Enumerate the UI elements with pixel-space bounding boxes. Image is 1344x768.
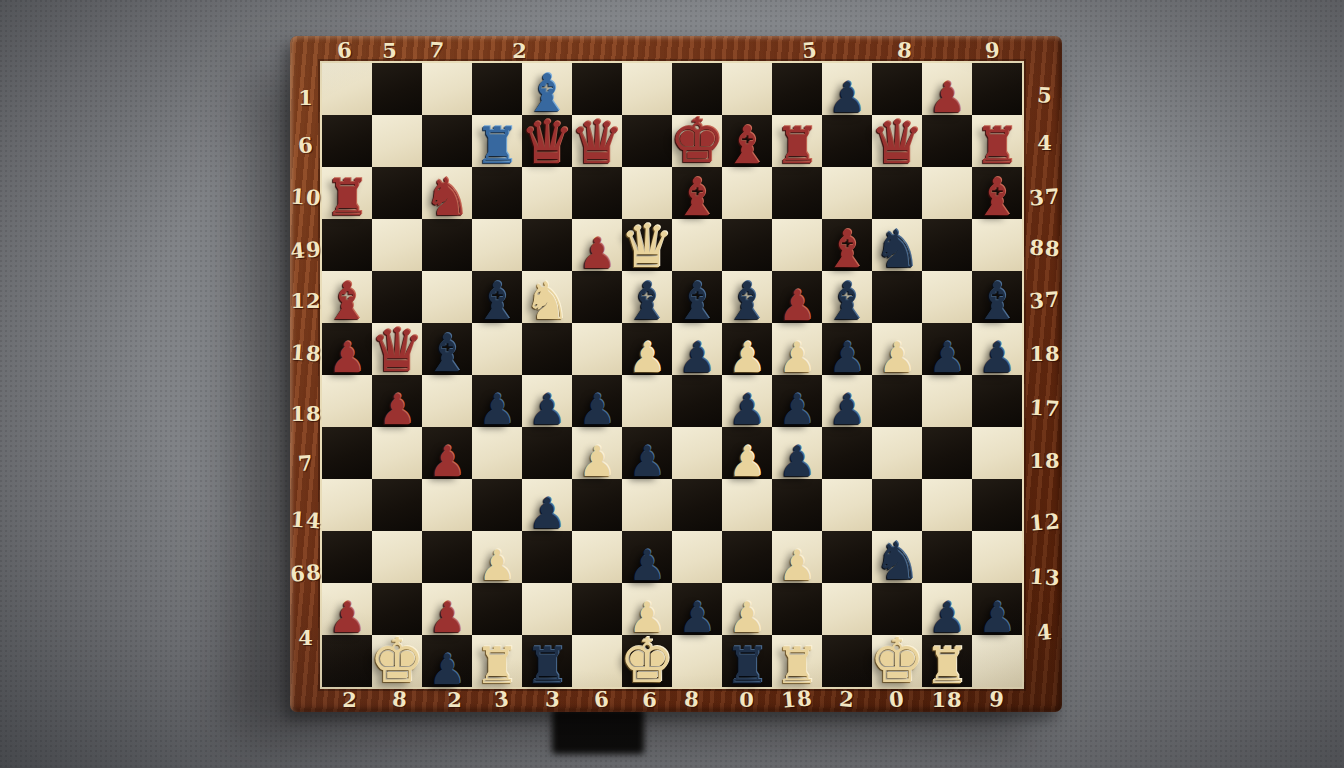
square-r9-c10[interactable] [822,531,872,583]
right-frame-label-6: 17 [1029,394,1062,421]
square-r1-c3[interactable]: ♜ [472,115,522,167]
square-r4-c9[interactable]: ♟ [772,271,822,323]
square-r11-c5[interactable] [572,635,622,687]
square-r1-c9[interactable]: ♜ [772,115,822,167]
square-r8-c9[interactable] [772,479,822,531]
navy-pawn-piece[interactable]: ♟ [828,79,866,117]
navy-pawn-piece[interactable]: ♟ [678,339,716,377]
left-frame-label-0: 1 [298,85,314,110]
right-frame-label-5: 18 [1029,341,1060,366]
navy-pawn-piece[interactable]: ♟ [678,599,716,637]
cream-pawn-piece[interactable]: ♟ [728,599,766,637]
cream-pawn-piece[interactable]: ♟ [728,339,766,377]
top-frame-label-5: 8 [896,37,913,63]
navy-pawn-piece[interactable]: ♟ [828,339,866,377]
square-r2-c13[interactable]: ♝ [972,167,1022,219]
square-r1-c2[interactable] [422,115,472,167]
red-pawn-piece[interactable]: ♟ [328,339,366,377]
square-r0-c10[interactable]: ♟ [822,63,872,115]
square-r0-c13[interactable] [972,63,1022,115]
square-r9-c1[interactable] [372,531,422,583]
square-r9-c4[interactable] [522,531,572,583]
square-r10-c7[interactable]: ♟ [672,583,722,635]
navy-pawn-piece[interactable]: ♟ [828,391,866,429]
square-r1-c0[interactable] [322,115,372,167]
red-bishop-piece[interactable]: ♝ [824,226,871,273]
top-frame-label-1: 5 [382,38,398,63]
square-r0-c3[interactable] [472,63,522,115]
bottom-frame-label-13: 9 [988,686,1005,712]
square-r9-c5[interactable] [572,531,622,583]
right-frame-label-8: 12 [1028,508,1061,536]
square-r6-c3[interactable]: ♟ [472,375,522,427]
square-r6-c9[interactable]: ♟ [772,375,822,427]
blue-rook-piece[interactable]: ♜ [475,124,520,169]
left-frame-label-1: 6 [297,132,315,158]
red-pawn-piece[interactable]: ♟ [578,235,616,273]
square-r5-c11[interactable]: ♟ [872,323,922,375]
square-r6-c5[interactable]: ♟ [572,375,622,427]
square-r10-c9[interactable] [772,583,822,635]
navy-rook-piece[interactable]: ♜ [725,644,770,689]
square-r4-c13[interactable]: ♝ [972,271,1022,323]
square-r8-c7[interactable] [672,479,722,531]
square-r7-c0[interactable] [322,427,372,479]
cream-pawn-piece[interactable]: ♟ [878,339,916,377]
square-r6-c0[interactable] [322,375,372,427]
square-r0-c1[interactable] [372,63,422,115]
square-r8-c11[interactable] [872,479,922,531]
left-frame-label-2: 10 [290,183,323,210]
square-r4-c12[interactable] [922,271,972,323]
square-r7-c8[interactable]: ♟ [722,427,772,479]
red-queen-piece[interactable]: ♛ [870,115,924,169]
square-r9-c11[interactable]: ♞ [872,531,922,583]
red-pawn-piece[interactable]: ♟ [778,287,816,325]
square-r5-c9[interactable]: ♟ [772,323,822,375]
right-frame-label-9: 13 [1029,563,1062,590]
square-r8-c4[interactable]: ♟ [522,479,572,531]
red-queen-piece[interactable]: ♛ [520,115,574,169]
navy-bishop-piece[interactable]: ♝ [974,278,1021,325]
bottom-frame-label-5: 6 [593,686,611,712]
square-r11-c10[interactable] [822,635,872,687]
square-r0-c0[interactable] [322,63,372,115]
square-r6-c10[interactable]: ♟ [822,375,872,427]
square-r7-c3[interactable] [472,427,522,479]
square-r8-c10[interactable] [822,479,872,531]
right-frame-label-7: 18 [1029,448,1060,473]
square-r4-c5[interactable] [572,271,622,323]
navy-pawn-piece[interactable]: ♟ [728,391,766,429]
square-r1-c1[interactable] [372,115,422,167]
square-r4-c7[interactable]: ♝ [672,271,722,323]
cream-pawn-piece[interactable]: ♟ [578,443,616,481]
square-r8-c8[interactable] [722,479,772,531]
square-r1-c11[interactable]: ♛ [872,115,922,167]
left-frame-label-5: 18 [290,339,323,366]
left-frame-label-9: 68 [289,559,322,587]
red-queen-piece[interactable]: ♛ [570,115,624,169]
square-r6-c8[interactable]: ♟ [722,375,772,427]
board-frame: ♝♟♟♜♛♛♚♝♜♛♜♜♞♝♝♟♛♝♞♝♝♞♝♝♝♟♝♝♟♛♝♟♟♟♟♟♟♟♟♟… [290,36,1062,712]
navy-pawn-piece[interactable]: ♟ [428,651,466,689]
cream-king-piece[interactable]: ♚ [619,633,675,689]
red-rook-piece[interactable]: ♜ [975,124,1020,169]
red-knight-piece[interactable]: ♞ [424,174,471,221]
square-r3-c9[interactable] [772,219,822,271]
square-r6-c7[interactable] [672,375,722,427]
square-r8-c3[interactable] [472,479,522,531]
square-r2-c1[interactable] [372,167,422,219]
cream-pawn-piece[interactable]: ♟ [778,339,816,377]
cream-king-piece[interactable]: ♚ [869,633,925,689]
square-r2-c7[interactable]: ♝ [672,167,722,219]
square-r1-c13[interactable]: ♜ [972,115,1022,167]
square-r10-c5[interactable] [572,583,622,635]
square-r3-c8[interactable] [722,219,772,271]
navy-bishop-piece[interactable]: ♝ [424,330,471,377]
square-r10-c10[interactable] [822,583,872,635]
square-r9-c13[interactable] [972,531,1022,583]
navy-pawn-piece[interactable]: ♟ [978,599,1016,637]
square-r3-c10[interactable]: ♝ [822,219,872,271]
square-r3-c12[interactable] [922,219,972,271]
red-bishop-piece[interactable]: ♝ [974,174,1021,221]
cream-pawn-piece[interactable]: ♟ [778,547,816,585]
square-r8-c1[interactable] [372,479,422,531]
left-frame-label-7: 7 [297,450,315,476]
square-r6-c12[interactable] [922,375,972,427]
red-pawn-piece[interactable]: ♟ [928,79,966,117]
square-r1-c10[interactable] [822,115,872,167]
bottom-frame-label-10: 2 [838,686,855,712]
square-r10-c0[interactable]: ♟ [322,583,372,635]
square-r0-c9[interactable] [772,63,822,115]
square-r4-c6[interactable]: ♝ [622,271,672,323]
square-r10-c8[interactable]: ♟ [722,583,772,635]
right-frame-label-2: 37 [1028,183,1061,211]
cream-rook-piece[interactable]: ♜ [775,644,820,689]
cream-queen-piece[interactable]: ♛ [620,219,674,273]
square-r4-c0[interactable]: ♝ [322,271,372,323]
red-queen-piece[interactable]: ♛ [370,323,424,377]
red-bishop-piece[interactable]: ♝ [724,122,771,169]
square-r11-c2[interactable]: ♟ [422,635,472,687]
bottom-frame-label-0: 2 [342,687,358,712]
right-frame-label-4: 37 [1028,286,1061,314]
navy-pawn-piece[interactable]: ♟ [578,391,616,429]
cream-pawn-piece[interactable]: ♟ [728,443,766,481]
square-r7-c11[interactable] [872,427,922,479]
cream-knight-piece[interactable]: ♞ [524,278,571,325]
navy-bishop-piece[interactable]: ♝ [724,278,771,325]
square-r11-c4[interactable]: ♜ [522,635,572,687]
square-r6-c6[interactable] [622,375,672,427]
left-frame-label-6: 18 [290,401,321,426]
square-r4-c4[interactable]: ♞ [522,271,572,323]
navy-pawn-piece[interactable]: ♟ [978,339,1016,377]
square-r5-c1[interactable]: ♛ [372,323,422,375]
navy-pawn-piece[interactable]: ♟ [628,547,666,585]
square-r2-c12[interactable] [922,167,972,219]
square-r11-c13[interactable] [972,635,1022,687]
red-pawn-piece[interactable]: ♟ [328,599,366,637]
square-r7-c10[interactable] [822,427,872,479]
square-r3-c11[interactable]: ♞ [872,219,922,271]
navy-knight-piece[interactable]: ♞ [874,538,921,585]
right-frame-label-1: 4 [1037,130,1053,155]
navy-pawn-piece[interactable]: ♟ [928,599,966,637]
square-r9-c0[interactable] [322,531,372,583]
top-frame-label-4: 5 [801,37,819,63]
square-r8-c2[interactable] [422,479,472,531]
square-r10-c12[interactable]: ♟ [922,583,972,635]
left-frame-label-10: 4 [298,625,314,650]
square-r3-c4[interactable] [522,219,572,271]
cream-rook-piece[interactable]: ♜ [475,644,520,689]
square-r11-c6[interactable]: ♚ [622,635,672,687]
square-r8-c0[interactable] [322,479,372,531]
top-frame-label-2: 7 [428,37,445,63]
square-r0-c12[interactable]: ♟ [922,63,972,115]
navy-pawn-piece[interactable]: ♟ [478,391,516,429]
square-r4-c10[interactable]: ♝ [822,271,872,323]
square-r11-c11[interactable]: ♚ [872,635,922,687]
square-r7-c1[interactable] [372,427,422,479]
cream-pawn-piece[interactable]: ♟ [478,547,516,585]
navy-knight-piece[interactable]: ♞ [874,226,921,273]
square-r7-c4[interactable] [522,427,572,479]
square-r11-c12[interactable]: ♜ [922,635,972,687]
square-r10-c2[interactable]: ♟ [422,583,472,635]
navy-bishop-piece[interactable]: ♝ [674,278,721,325]
square-r0-c2[interactable] [422,63,472,115]
top-frame-label-6: 9 [984,37,1002,63]
square-r11-c3[interactable]: ♜ [472,635,522,687]
navy-pawn-piece[interactable]: ♟ [928,339,966,377]
navy-pawn-piece[interactable]: ♟ [528,391,566,429]
top-frame-label-0: 6 [336,37,354,63]
square-r7-c12[interactable] [922,427,972,479]
right-frame-label-10: 4 [1036,619,1054,645]
square-r9-c2[interactable] [422,531,472,583]
navy-pawn-piece[interactable]: ♟ [528,495,566,533]
square-r2-c10[interactable] [822,167,872,219]
square-r10-c13[interactable]: ♟ [972,583,1022,635]
cream-king-piece[interactable]: ♚ [369,633,425,689]
square-r9-c8[interactable] [722,531,772,583]
red-pawn-piece[interactable]: ♟ [428,443,466,481]
square-r3-c1[interactable] [372,219,422,271]
square-r9-c9[interactable]: ♟ [772,531,822,583]
cream-rook-piece[interactable]: ♜ [925,644,970,689]
square-r4-c2[interactable] [422,271,472,323]
square-r10-c3[interactable] [472,583,522,635]
navy-pawn-piece[interactable]: ♟ [778,391,816,429]
square-r0-c8[interactable] [722,63,772,115]
square-r1-c7[interactable]: ♚ [672,115,722,167]
chess-board: ♝♟♟♜♛♛♚♝♜♛♜♜♞♝♝♟♛♝♞♝♝♞♝♝♝♟♝♝♟♛♝♟♟♟♟♟♟♟♟♟… [322,63,1022,687]
square-r9-c6[interactable]: ♟ [622,531,672,583]
navy-pawn-piece[interactable]: ♟ [778,443,816,481]
square-r0-c6[interactable] [622,63,672,115]
navy-bishop-piece[interactable]: ♝ [474,278,521,325]
left-frame-label-8: 14 [290,506,323,533]
cream-pawn-piece[interactable]: ♟ [628,339,666,377]
square-r9-c12[interactable] [922,531,972,583]
square-r3-c5[interactable]: ♟ [572,219,622,271]
square-r1-c4[interactable]: ♛ [522,115,572,167]
square-r5-c12[interactable]: ♟ [922,323,972,375]
square-r9-c3[interactable]: ♟ [472,531,522,583]
square-r1-c5[interactable]: ♛ [572,115,622,167]
top-frame-label-3: 2 [512,38,528,63]
square-r6-c13[interactable] [972,375,1022,427]
navy-bishop-piece[interactable]: ♝ [824,278,871,325]
square-r8-c12[interactable] [922,479,972,531]
square-r1-c12[interactable] [922,115,972,167]
square-r4-c3[interactable]: ♝ [472,271,522,323]
square-r9-c7[interactable] [672,531,722,583]
square-r7-c5[interactable]: ♟ [572,427,622,479]
red-king-piece[interactable]: ♚ [669,113,725,169]
red-bishop-piece[interactable]: ♝ [674,174,721,221]
square-r3-c6[interactable]: ♛ [622,219,672,271]
left-frame-label-3: 49 [289,236,322,264]
square-r8-c13[interactable] [972,479,1022,531]
square-r6-c4[interactable]: ♟ [522,375,572,427]
red-pawn-piece[interactable]: ♟ [378,391,416,429]
square-r11-c0[interactable] [322,635,372,687]
red-rook-piece[interactable]: ♜ [325,176,370,221]
square-r2-c0[interactable]: ♜ [322,167,372,219]
square-r8-c5[interactable] [572,479,622,531]
red-bishop-piece[interactable]: ♝ [324,278,371,325]
board-stand-shadow [552,708,644,754]
navy-rook-piece[interactable]: ♜ [525,644,570,689]
square-r7-c13[interactable] [972,427,1022,479]
red-rook-piece[interactable]: ♜ [775,124,820,169]
square-r11-c9[interactable]: ♜ [772,635,822,687]
square-r5-c2[interactable]: ♝ [422,323,472,375]
square-r5-c5[interactable] [572,323,622,375]
square-r7-c7[interactable] [672,427,722,479]
left-frame-label-4: 12 [290,288,321,313]
square-r2-c2[interactable]: ♞ [422,167,472,219]
navy-pawn-piece[interactable]: ♟ [628,443,666,481]
square-r1-c8[interactable]: ♝ [722,115,772,167]
square-r4-c8[interactable]: ♝ [722,271,772,323]
red-pawn-piece[interactable]: ♟ [428,599,466,637]
bottom-frame-label-7: 8 [683,686,700,712]
square-r11-c8[interactable]: ♜ [722,635,772,687]
square-r11-c7[interactable] [672,635,722,687]
square-r1-c6[interactable] [622,115,672,167]
square-r8-c6[interactable] [622,479,672,531]
right-frame-label-0: 5 [1036,82,1053,108]
right-frame-label-3: 88 [1029,234,1062,261]
square-r7-c9[interactable]: ♟ [772,427,822,479]
square-r10-c4[interactable] [522,583,572,635]
square-r7-c2[interactable]: ♟ [422,427,472,479]
square-r3-c3[interactable] [472,219,522,271]
square-r7-c6[interactable]: ♟ [622,427,672,479]
navy-bishop-piece[interactable]: ♝ [624,278,671,325]
square-r6-c11[interactable] [872,375,922,427]
square-r11-c1[interactable]: ♚ [372,635,422,687]
